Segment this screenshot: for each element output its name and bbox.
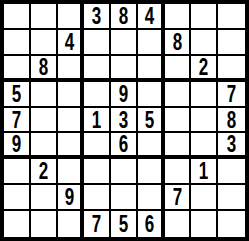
given-digit: 2: [199, 56, 208, 79]
cell-r1c5[interactable]: 8: [111, 4, 138, 30]
cell-r1c9[interactable]: [218, 4, 245, 30]
given-digit: 8: [172, 30, 181, 54]
cell-r9c5[interactable]: 5: [111, 211, 138, 237]
cell-r5c1[interactable]: 7: [4, 108, 31, 134]
given-digit: 7: [92, 212, 101, 236]
cell-r2c4[interactable]: [84, 30, 111, 56]
cell-r6c4[interactable]: [84, 133, 111, 159]
cell-r8c6[interactable]: [138, 185, 165, 211]
cell-r3c9[interactable]: [218, 56, 245, 82]
cell-r2c2[interactable]: [31, 30, 58, 56]
sudoku-board: 3844882597713589632197756: [0, 0, 249, 241]
cell-r8c1[interactable]: [4, 185, 31, 211]
cell-r8c7[interactable]: 7: [165, 185, 192, 211]
cell-r7c9[interactable]: [218, 159, 245, 185]
cell-r7c3[interactable]: [58, 159, 85, 185]
cell-r5c8[interactable]: [191, 108, 218, 134]
cell-r7c7[interactable]: [165, 159, 192, 185]
given-digit: 9: [119, 82, 128, 106]
cell-r7c2[interactable]: 2: [31, 159, 58, 185]
cell-r5c3[interactable]: [58, 108, 85, 134]
given-digit: 6: [145, 212, 154, 236]
cell-r5c9[interactable]: 8: [218, 108, 245, 134]
cell-r3c3[interactable]: [58, 56, 85, 82]
cell-r4c1[interactable]: 5: [4, 82, 31, 108]
cell-r8c3[interactable]: 9: [58, 185, 85, 211]
given-digit: 6: [119, 133, 128, 156]
cell-r1c1[interactable]: [4, 4, 31, 30]
cell-r6c8[interactable]: [191, 133, 218, 159]
given-digit: 1: [199, 159, 208, 183]
given-digit: 8: [227, 108, 236, 132]
cell-r2c6[interactable]: [138, 30, 165, 56]
cell-r4c2[interactable]: [31, 82, 58, 108]
cell-r9c4[interactable]: 7: [84, 211, 111, 237]
cell-r4c6[interactable]: [138, 82, 165, 108]
cell-r9c7[interactable]: [165, 211, 192, 237]
cell-r7c1[interactable]: [4, 159, 31, 185]
cell-r4c9[interactable]: 7: [218, 82, 245, 108]
given-digit: 5: [12, 82, 21, 106]
cell-r3c8[interactable]: 2: [191, 56, 218, 82]
cell-r6c7[interactable]: [165, 133, 192, 159]
cell-r2c9[interactable]: [218, 30, 245, 56]
given-digit: 3: [227, 133, 236, 156]
given-digit: 5: [119, 212, 128, 236]
cell-r3c5[interactable]: [111, 56, 138, 82]
cell-r4c5[interactable]: 9: [111, 82, 138, 108]
cell-r6c3[interactable]: [58, 133, 85, 159]
cell-r6c2[interactable]: [31, 133, 58, 159]
cell-r9c6[interactable]: 6: [138, 211, 165, 237]
cell-r7c6[interactable]: [138, 159, 165, 185]
given-digit: 9: [64, 185, 73, 209]
cell-r7c4[interactable]: [84, 159, 111, 185]
cell-r3c7[interactable]: [165, 56, 192, 82]
cell-r9c2[interactable]: [31, 211, 58, 237]
cell-r8c4[interactable]: [84, 185, 111, 211]
cell-r5c2[interactable]: [31, 108, 58, 134]
cell-r4c4[interactable]: [84, 82, 111, 108]
cell-r2c3[interactable]: 4: [58, 30, 85, 56]
cell-r8c8[interactable]: [191, 185, 218, 211]
cell-r2c5[interactable]: [111, 30, 138, 56]
cell-r9c3[interactable]: [58, 211, 85, 237]
cell-r9c9[interactable]: [218, 211, 245, 237]
cell-r7c5[interactable]: [111, 159, 138, 185]
cell-r5c7[interactable]: [165, 108, 192, 134]
cell-r4c8[interactable]: [191, 82, 218, 108]
cell-r2c1[interactable]: [4, 30, 31, 56]
cell-r4c7[interactable]: [165, 82, 192, 108]
cell-r2c7[interactable]: 8: [165, 30, 192, 56]
cell-r3c2[interactable]: 8: [31, 56, 58, 82]
cell-r6c5[interactable]: 6: [111, 133, 138, 159]
cell-r1c7[interactable]: [165, 4, 192, 30]
given-digit: 4: [64, 30, 73, 54]
given-digit: 5: [145, 108, 154, 132]
given-digit: 3: [92, 4, 101, 28]
given-digit: 3: [119, 108, 128, 132]
cell-r3c1[interactable]: [4, 56, 31, 82]
cell-r8c2[interactable]: [31, 185, 58, 211]
cell-r9c1[interactable]: [4, 211, 31, 237]
cell-r2c8[interactable]: [191, 30, 218, 56]
cell-r1c2[interactable]: [31, 4, 58, 30]
cell-r9c8[interactable]: [191, 211, 218, 237]
given-digit: 7: [227, 82, 236, 106]
cell-r8c9[interactable]: [218, 185, 245, 211]
given-digit: 8: [119, 4, 128, 28]
cell-r1c8[interactable]: [191, 4, 218, 30]
cell-r1c4[interactable]: 3: [84, 4, 111, 30]
given-digit: 7: [172, 185, 181, 209]
cell-r7c8[interactable]: 1: [191, 159, 218, 185]
cell-r3c6[interactable]: [138, 56, 165, 82]
cell-r4c3[interactable]: [58, 82, 85, 108]
cell-r6c9[interactable]: 3: [218, 133, 245, 159]
given-digit: 1: [92, 108, 101, 132]
given-digit: 2: [38, 159, 47, 183]
cell-r5c6[interactable]: 5: [138, 108, 165, 134]
cell-r5c4[interactable]: 1: [84, 108, 111, 134]
cell-r1c3[interactable]: [58, 4, 85, 30]
cell-r6c1[interactable]: 9: [4, 133, 31, 159]
cell-r3c4[interactable]: [84, 56, 111, 82]
given-digit: 7: [12, 108, 21, 132]
given-digit: 8: [38, 56, 47, 79]
cell-r1c6[interactable]: 4: [138, 4, 165, 30]
cell-r5c5[interactable]: 3: [111, 108, 138, 134]
given-digit: 4: [145, 4, 154, 28]
cell-r8c5[interactable]: [111, 185, 138, 211]
given-digit: 9: [12, 133, 21, 156]
cell-r6c6[interactable]: [138, 133, 165, 159]
